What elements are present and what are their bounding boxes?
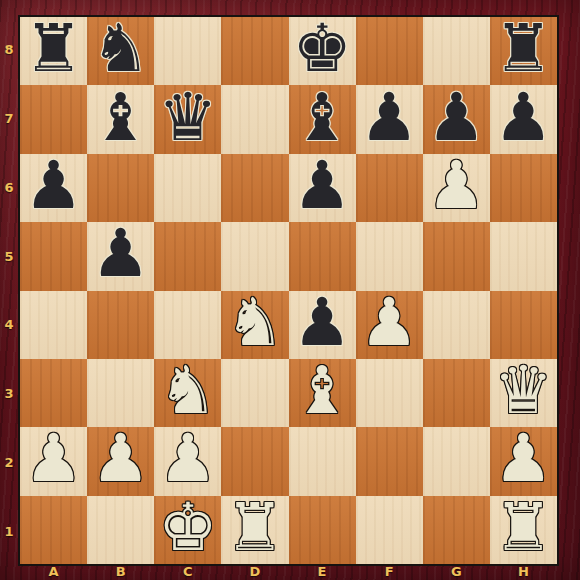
square-h7[interactable]: ♟ xyxy=(490,85,557,153)
square-a2[interactable]: ♟ xyxy=(20,427,87,495)
square-h6[interactable] xyxy=(490,154,557,222)
piece-black-king: ♚ xyxy=(292,17,351,82)
rank-labels: 87654321 xyxy=(0,15,18,566)
piece-white-pawn: ♟ xyxy=(360,291,419,356)
square-f3[interactable] xyxy=(356,359,423,427)
piece-white-bishop: ♝ xyxy=(292,359,351,424)
square-a5[interactable] xyxy=(20,222,87,290)
square-d6[interactable] xyxy=(221,154,288,222)
square-c7[interactable]: ♛ xyxy=(154,85,221,153)
square-f5[interactable] xyxy=(356,222,423,290)
square-b7[interactable]: ♝ xyxy=(87,85,154,153)
chessboard-window: 87654321 ABCDEFGH ♜♞♚♜♝♛♝♟♟♟♟♟♟♟♞♟♟♞♝♛♟♟… xyxy=(0,0,580,580)
square-d4[interactable]: ♞ xyxy=(221,291,288,359)
square-h5[interactable] xyxy=(490,222,557,290)
piece-black-pawn: ♟ xyxy=(91,222,150,287)
square-a6[interactable]: ♟ xyxy=(20,154,87,222)
square-c2[interactable]: ♟ xyxy=(154,427,221,495)
square-c4[interactable] xyxy=(154,291,221,359)
piece-black-pawn: ♟ xyxy=(292,291,351,356)
piece-black-rook: ♜ xyxy=(494,17,553,82)
square-g6[interactable]: ♟ xyxy=(423,154,490,222)
square-c1[interactable]: ♚ xyxy=(154,496,221,564)
square-c6[interactable] xyxy=(154,154,221,222)
square-d7[interactable] xyxy=(221,85,288,153)
square-e5[interactable] xyxy=(289,222,356,290)
square-c3[interactable]: ♞ xyxy=(154,359,221,427)
square-g3[interactable] xyxy=(423,359,490,427)
rank-label-2: 2 xyxy=(0,428,18,497)
rank-label-6: 6 xyxy=(0,153,18,222)
piece-white-pawn: ♟ xyxy=(158,427,217,492)
piece-white-rook: ♜ xyxy=(494,496,553,561)
square-b6[interactable] xyxy=(87,154,154,222)
piece-black-pawn: ♟ xyxy=(292,154,351,219)
square-a3[interactable] xyxy=(20,359,87,427)
rank-label-5: 5 xyxy=(0,222,18,291)
square-g7[interactable]: ♟ xyxy=(423,85,490,153)
square-f4[interactable]: ♟ xyxy=(356,291,423,359)
square-f7[interactable]: ♟ xyxy=(356,85,423,153)
rank-label-7: 7 xyxy=(0,84,18,153)
piece-white-knight: ♞ xyxy=(225,291,284,356)
piece-black-queen: ♛ xyxy=(158,85,217,150)
rank-label-1: 1 xyxy=(0,497,18,566)
square-h2[interactable]: ♟ xyxy=(490,427,557,495)
piece-white-queen: ♛ xyxy=(494,359,553,424)
piece-white-knight: ♞ xyxy=(158,359,217,424)
piece-white-pawn: ♟ xyxy=(91,427,150,492)
piece-white-pawn: ♟ xyxy=(494,427,553,492)
square-b3[interactable] xyxy=(87,359,154,427)
square-g1[interactable] xyxy=(423,496,490,564)
square-a1[interactable] xyxy=(20,496,87,564)
square-b2[interactable]: ♟ xyxy=(87,427,154,495)
square-f1[interactable] xyxy=(356,496,423,564)
square-h3[interactable]: ♛ xyxy=(490,359,557,427)
piece-black-bishop: ♝ xyxy=(292,85,351,150)
piece-black-pawn: ♟ xyxy=(360,85,419,150)
rank-label-8: 8 xyxy=(0,15,18,84)
square-b1[interactable] xyxy=(87,496,154,564)
square-e3[interactable]: ♝ xyxy=(289,359,356,427)
square-c8[interactable] xyxy=(154,17,221,85)
piece-white-rook: ♜ xyxy=(225,496,284,561)
square-c5[interactable] xyxy=(154,222,221,290)
piece-black-pawn: ♟ xyxy=(494,85,553,150)
square-g2[interactable] xyxy=(423,427,490,495)
square-b8[interactable]: ♞ xyxy=(87,17,154,85)
square-h8[interactable]: ♜ xyxy=(490,17,557,85)
square-d3[interactable] xyxy=(221,359,288,427)
piece-white-pawn: ♟ xyxy=(24,427,83,492)
piece-black-pawn: ♟ xyxy=(427,85,486,150)
square-e1[interactable] xyxy=(289,496,356,564)
piece-black-knight: ♞ xyxy=(91,17,150,82)
piece-white-king: ♚ xyxy=(158,496,217,561)
piece-white-pawn: ♟ xyxy=(427,154,486,219)
rank-label-4: 4 xyxy=(0,291,18,360)
square-f6[interactable] xyxy=(356,154,423,222)
rank-label-3: 3 xyxy=(0,359,18,428)
board: ♜♞♚♜♝♛♝♟♟♟♟♟♟♟♞♟♟♞♝♛♟♟♟♟♚♜♜ xyxy=(18,15,559,566)
square-f8[interactable] xyxy=(356,17,423,85)
piece-black-bishop: ♝ xyxy=(91,85,150,150)
square-d1[interactable]: ♜ xyxy=(221,496,288,564)
piece-black-pawn: ♟ xyxy=(24,154,83,219)
square-e8[interactable]: ♚ xyxy=(289,17,356,85)
piece-black-rook: ♜ xyxy=(24,17,83,82)
square-f2[interactable] xyxy=(356,427,423,495)
square-e7[interactable]: ♝ xyxy=(289,85,356,153)
square-h1[interactable]: ♜ xyxy=(490,496,557,564)
square-g4[interactable] xyxy=(423,291,490,359)
square-e6[interactable]: ♟ xyxy=(289,154,356,222)
square-d2[interactable] xyxy=(221,427,288,495)
square-d8[interactable] xyxy=(221,17,288,85)
square-a4[interactable] xyxy=(20,291,87,359)
square-a7[interactable] xyxy=(20,85,87,153)
square-a8[interactable]: ♜ xyxy=(20,17,87,85)
square-b5[interactable]: ♟ xyxy=(87,222,154,290)
square-g5[interactable] xyxy=(423,222,490,290)
square-b4[interactable] xyxy=(87,291,154,359)
square-g8[interactable] xyxy=(423,17,490,85)
square-e2[interactable] xyxy=(289,427,356,495)
square-h4[interactable] xyxy=(490,291,557,359)
square-d5[interactable] xyxy=(221,222,288,290)
square-e4[interactable]: ♟ xyxy=(289,291,356,359)
